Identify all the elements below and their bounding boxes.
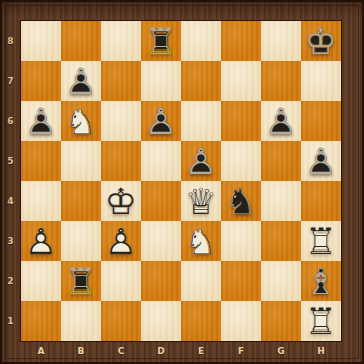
rank-label-4: 4 — [0, 181, 21, 221]
square-e3[interactable]: ♞♘ — [181, 221, 221, 261]
square-a1[interactable] — [21, 301, 61, 341]
square-g5[interactable] — [261, 141, 301, 181]
black-rook-piece[interactable]: ♜♖ — [141, 21, 181, 61]
square-h4[interactable] — [301, 181, 341, 221]
square-f3[interactable] — [221, 221, 261, 261]
square-d7[interactable] — [141, 61, 181, 101]
square-f2[interactable] — [221, 261, 261, 301]
square-d6[interactable]: ♟♙ — [141, 101, 181, 141]
rank-label-7: 7 — [0, 61, 21, 101]
square-c6[interactable] — [101, 101, 141, 141]
square-e2[interactable] — [181, 261, 221, 301]
white-pawn-piece[interactable]: ♟♙ — [21, 221, 61, 261]
rank-label-8: 8 — [0, 21, 21, 61]
rank-label-3: 3 — [0, 221, 21, 261]
black-rook-piece[interactable]: ♜♖ — [61, 261, 101, 301]
square-a8[interactable] — [21, 21, 61, 61]
square-e8[interactable] — [181, 21, 221, 61]
square-b1[interactable] — [61, 301, 101, 341]
black-bishop-piece[interactable]: ♝♗ — [301, 261, 341, 301]
white-knight-piece[interactable]: ♞♘ — [181, 221, 221, 261]
square-a6[interactable]: ♟♙ — [21, 101, 61, 141]
black-pawn-piece[interactable]: ♟♙ — [61, 61, 101, 101]
file-label-g: G — [261, 341, 301, 364]
square-f4[interactable]: ♞♘ — [221, 181, 261, 221]
square-c2[interactable] — [101, 261, 141, 301]
square-h5[interactable]: ♟♙ — [301, 141, 341, 181]
black-rook-outline: ♖ — [141, 21, 181, 61]
white-queen-piece[interactable]: ♛♕ — [181, 181, 221, 221]
square-c3[interactable]: ♟♙ — [101, 221, 141, 261]
square-d4[interactable] — [141, 181, 181, 221]
white-king-outline: ♔ — [101, 181, 141, 221]
black-knight-outline: ♘ — [221, 181, 261, 221]
chess-board-frame: ♜♖♚♔♟♙♟♙♞♘♟♙♟♙♟♙♟♙♚♔♛♕♞♘♟♙♟♙♞♘♜♖♜♖♝♗♜♖ 8… — [0, 0, 364, 364]
square-g1[interactable] — [261, 301, 301, 341]
file-label-f: F — [221, 341, 261, 364]
white-pawn-outline: ♙ — [101, 221, 141, 261]
black-knight-piece[interactable]: ♞♘ — [221, 181, 261, 221]
white-knight-outline: ♘ — [181, 221, 221, 261]
rank-label-5: 5 — [0, 141, 21, 181]
black-bishop-outline: ♗ — [301, 261, 341, 301]
square-g3[interactable] — [261, 221, 301, 261]
square-e6[interactable] — [181, 101, 221, 141]
square-a7[interactable] — [21, 61, 61, 101]
black-pawn-outline: ♙ — [21, 101, 61, 141]
square-d2[interactable] — [141, 261, 181, 301]
white-rook-piece[interactable]: ♜♖ — [301, 221, 341, 261]
square-f1[interactable] — [221, 301, 261, 341]
black-pawn-outline: ♙ — [141, 101, 181, 141]
white-knight-outline: ♘ — [61, 101, 101, 141]
file-label-c: C — [101, 341, 141, 364]
square-h6[interactable] — [301, 101, 341, 141]
black-pawn-piece[interactable]: ♟♙ — [301, 141, 341, 181]
square-b7[interactable]: ♟♙ — [61, 61, 101, 101]
black-pawn-outline: ♙ — [61, 61, 101, 101]
square-f5[interactable] — [221, 141, 261, 181]
square-b6[interactable]: ♞♘ — [61, 101, 101, 141]
white-queen-outline: ♕ — [181, 181, 221, 221]
square-h2[interactable]: ♝♗ — [301, 261, 341, 301]
square-a3[interactable]: ♟♙ — [21, 221, 61, 261]
file-label-h: H — [301, 341, 341, 364]
square-h7[interactable] — [301, 61, 341, 101]
file-label-d: D — [141, 341, 181, 364]
square-e1[interactable] — [181, 301, 221, 341]
rank-label-6: 6 — [0, 101, 21, 141]
white-rook-outline: ♖ — [301, 221, 341, 261]
square-c7[interactable] — [101, 61, 141, 101]
square-e7[interactable] — [181, 61, 221, 101]
square-g6[interactable]: ♟♙ — [261, 101, 301, 141]
square-c8[interactable] — [101, 21, 141, 61]
black-pawn-piece[interactable]: ♟♙ — [21, 101, 61, 141]
white-king-piece[interactable]: ♚♔ — [101, 181, 141, 221]
black-king-piece[interactable]: ♚♔ — [301, 21, 341, 61]
black-pawn-piece[interactable]: ♟♙ — [181, 141, 221, 181]
file-label-e: E — [181, 341, 221, 364]
square-d1[interactable] — [141, 301, 181, 341]
white-knight-piece[interactable]: ♞♘ — [61, 101, 101, 141]
square-d3[interactable] — [141, 221, 181, 261]
square-e4[interactable]: ♛♕ — [181, 181, 221, 221]
square-a2[interactable] — [21, 261, 61, 301]
square-g4[interactable] — [261, 181, 301, 221]
chess-board: ♜♖♚♔♟♙♟♙♞♘♟♙♟♙♟♙♟♙♚♔♛♕♞♘♟♙♟♙♞♘♜♖♜♖♝♗♜♖ — [21, 21, 341, 341]
file-label-a: A — [21, 341, 61, 364]
black-pawn-outline: ♙ — [181, 141, 221, 181]
square-a5[interactable] — [21, 141, 61, 181]
square-b8[interactable] — [61, 21, 101, 61]
square-h8[interactable]: ♚♔ — [301, 21, 341, 61]
rank-label-2: 2 — [0, 261, 21, 301]
square-c4[interactable]: ♚♔ — [101, 181, 141, 221]
black-pawn-outline: ♙ — [261, 101, 301, 141]
black-pawn-outline: ♙ — [301, 141, 341, 181]
square-b4[interactable] — [61, 181, 101, 221]
square-d8[interactable]: ♜♖ — [141, 21, 181, 61]
square-g2[interactable] — [261, 261, 301, 301]
square-f6[interactable] — [221, 101, 261, 141]
square-e5[interactable]: ♟♙ — [181, 141, 221, 181]
black-pawn-piece[interactable]: ♟♙ — [141, 101, 181, 141]
black-pawn-piece[interactable]: ♟♙ — [261, 101, 301, 141]
square-b5[interactable] — [61, 141, 101, 181]
square-b2[interactable]: ♜♖ — [61, 261, 101, 301]
white-pawn-piece[interactable]: ♟♙ — [101, 221, 141, 261]
white-pawn-outline: ♙ — [21, 221, 61, 261]
square-g8[interactable] — [261, 21, 301, 61]
square-g7[interactable] — [261, 61, 301, 101]
square-a4[interactable] — [21, 181, 61, 221]
square-h1[interactable]: ♜♖ — [301, 301, 341, 341]
square-h3[interactable]: ♜♖ — [301, 221, 341, 261]
square-f7[interactable] — [221, 61, 261, 101]
square-b3[interactable] — [61, 221, 101, 261]
square-f8[interactable] — [221, 21, 261, 61]
black-king-outline: ♔ — [301, 21, 341, 61]
black-rook-outline: ♖ — [61, 261, 101, 301]
white-rook-outline: ♖ — [301, 301, 341, 341]
square-d5[interactable] — [141, 141, 181, 181]
file-label-b: B — [61, 341, 101, 364]
rank-label-1: 1 — [0, 301, 21, 341]
white-rook-piece[interactable]: ♜♖ — [301, 301, 341, 341]
square-c1[interactable] — [101, 301, 141, 341]
square-c5[interactable] — [101, 141, 141, 181]
